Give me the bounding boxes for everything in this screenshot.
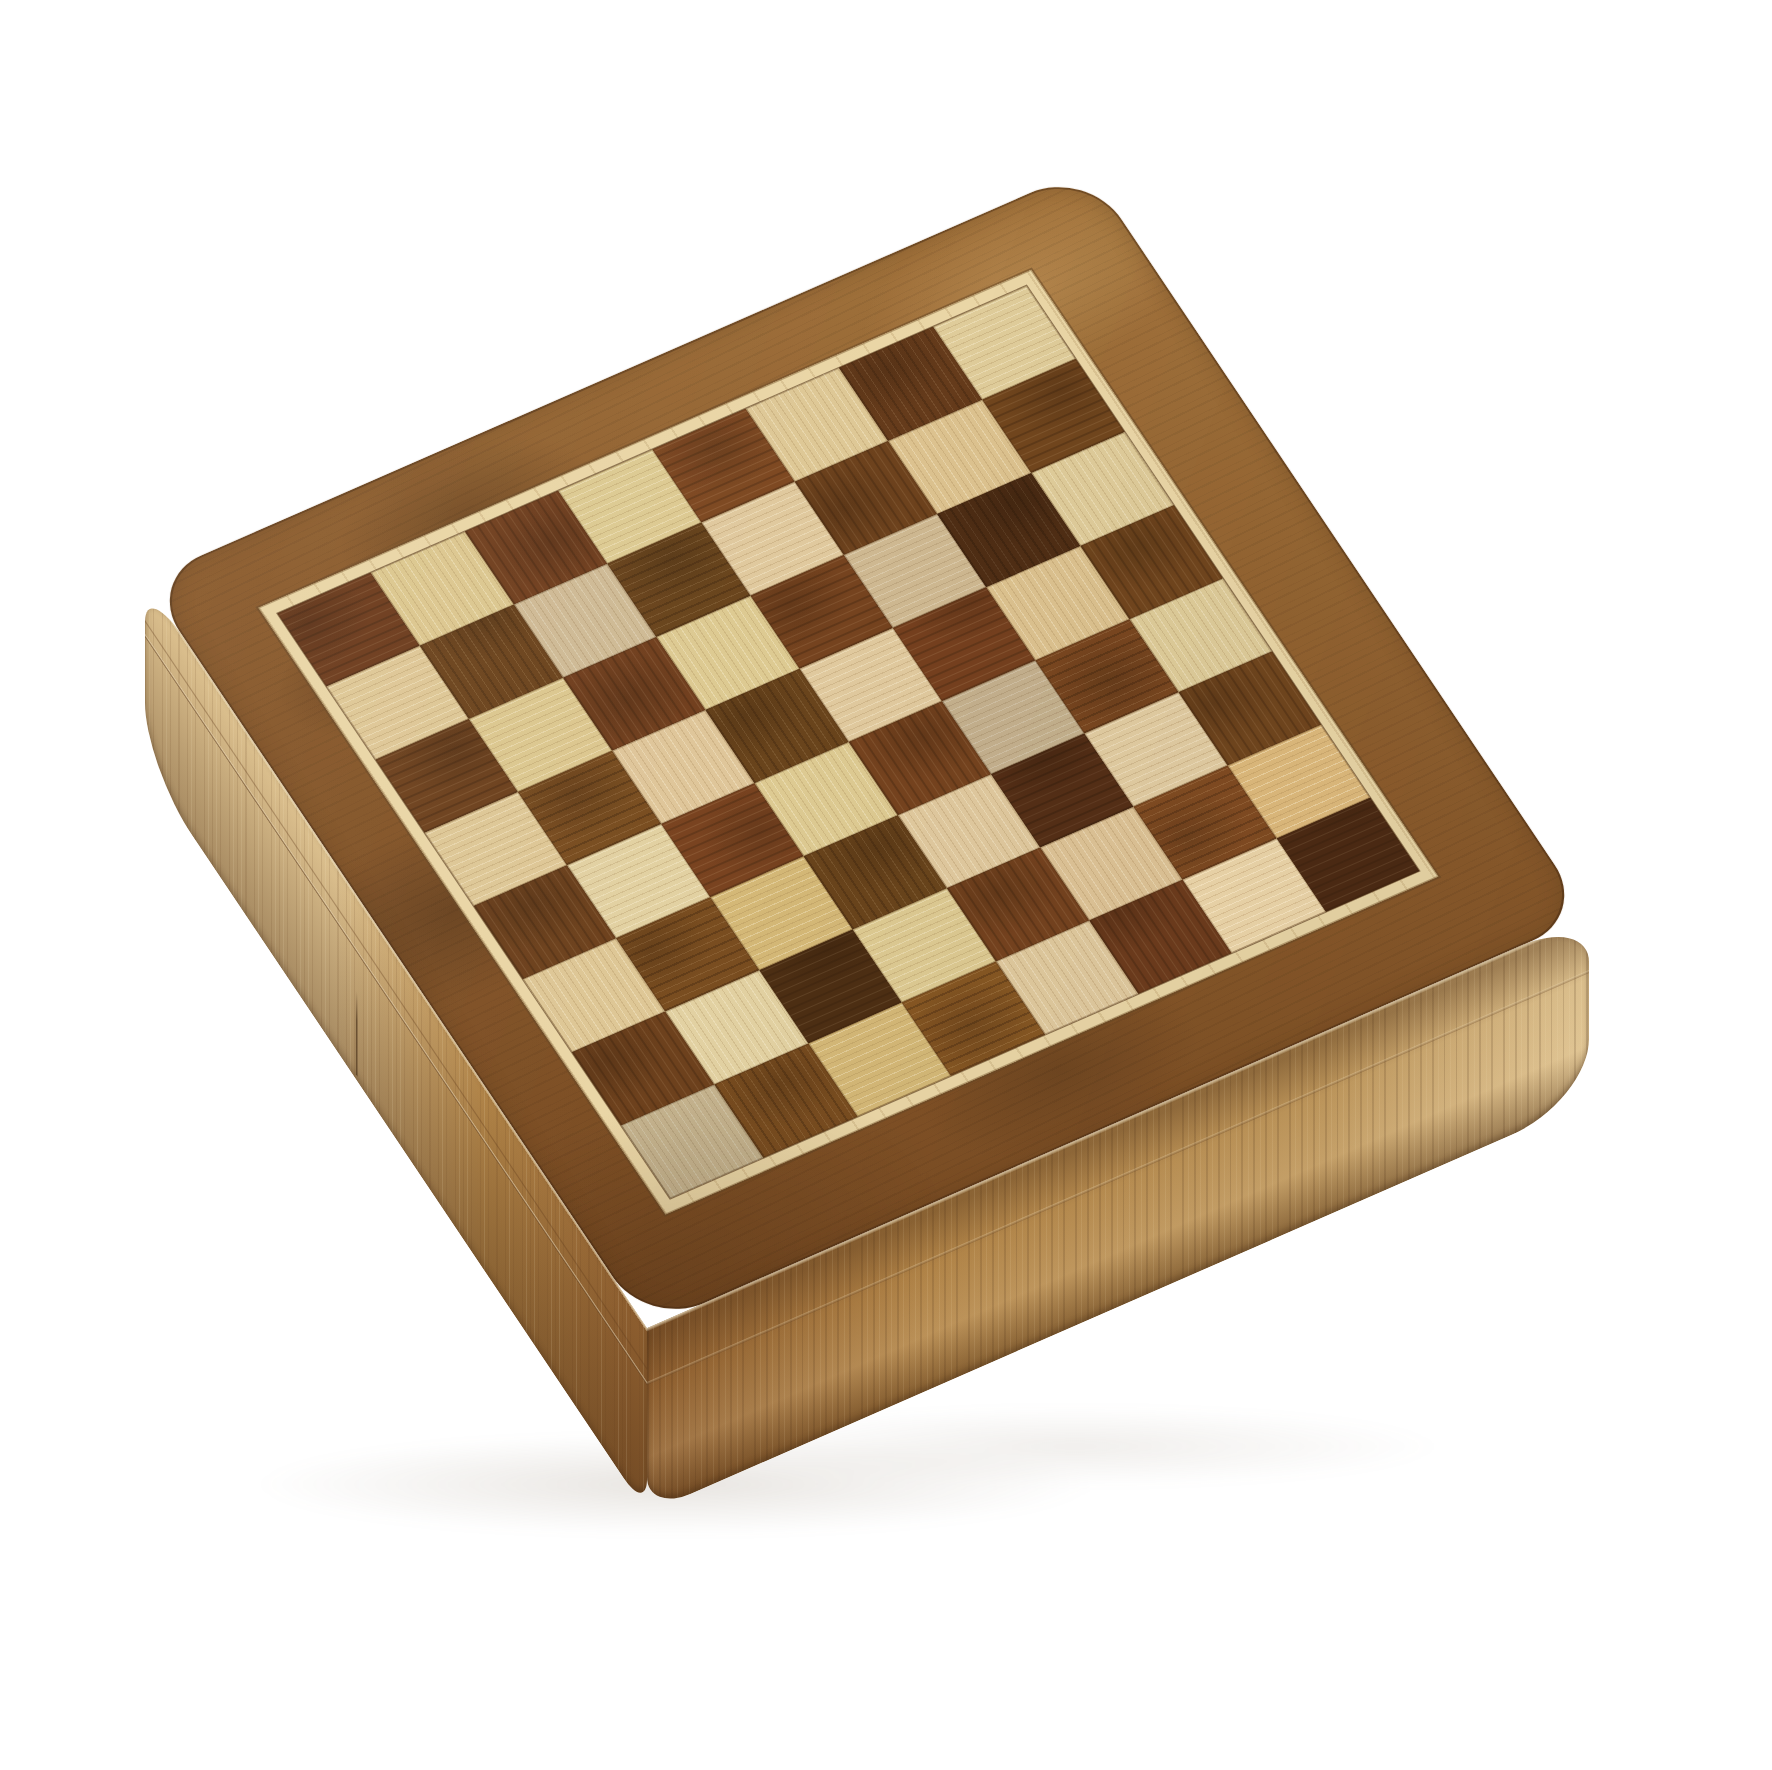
product-photo-stage (0, 0, 1772, 1770)
side-notch (356, 990, 358, 1076)
